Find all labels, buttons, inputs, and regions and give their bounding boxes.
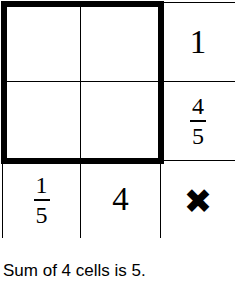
cell-r3c3-corner: ✖ bbox=[160, 160, 235, 238]
caption-text: Sum of 4 cells is 5. bbox=[3, 261, 146, 281]
cell-r2c1-empty[interactable] bbox=[2, 81, 80, 160]
fraction-numerator: 4 bbox=[190, 94, 206, 122]
cell-r3c2-clue: 4 bbox=[80, 160, 160, 238]
cell-r1c1-empty[interactable] bbox=[2, 2, 80, 81]
clue-col2-product: 4 bbox=[112, 183, 129, 216]
multiply-icon: ✖ bbox=[184, 184, 213, 218]
puzzle-figure: 1 4 5 1 5 4 ✖ Sum of 4 cells is 5. bbox=[0, 0, 245, 288]
clue-row1-product: 1 bbox=[190, 26, 207, 59]
fraction-denominator: 5 bbox=[192, 122, 204, 148]
cell-r2c2-empty[interactable] bbox=[80, 81, 160, 160]
cell-r3c1-clue: 1 5 bbox=[2, 160, 80, 238]
cell-r2c3-clue: 4 5 bbox=[160, 81, 235, 160]
cell-r1c3-clue: 1 bbox=[160, 2, 235, 81]
fraction-numerator: 1 bbox=[34, 173, 50, 201]
clue-col1-product-fraction: 1 5 bbox=[34, 173, 50, 227]
clue-row2-product-fraction: 4 5 bbox=[190, 94, 206, 148]
cell-r1c2-empty[interactable] bbox=[80, 2, 160, 81]
puzzle-grid: 1 4 5 1 5 4 ✖ bbox=[2, 2, 235, 238]
fraction-denominator: 5 bbox=[36, 201, 48, 227]
